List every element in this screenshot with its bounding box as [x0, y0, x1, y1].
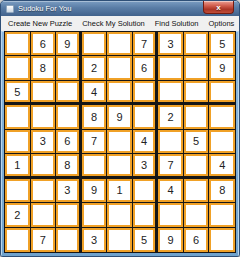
sudoku-empty-cell [7, 107, 28, 126]
sudoku-cell-r3c5[interactable] [107, 81, 133, 105]
sudoku-cell-r1c1[interactable] [5, 32, 31, 56]
menu-bar: Create New Puzzle Check My Solution Find… [1, 16, 239, 31]
sudoku-cell-r9c4[interactable]: 3 [82, 228, 108, 252]
menu-item-create-new-puzzle[interactable]: Create New Puzzle [3, 16, 77, 31]
app-icon [6, 5, 14, 13]
sudoku-given-digit: 5 [211, 34, 233, 53]
sudoku-cell-r7c2[interactable] [31, 179, 57, 203]
sudoku-cell-r4c6[interactable] [133, 105, 159, 129]
sudoku-cell-r2c3[interactable] [56, 56, 82, 80]
sudoku-given-digit: 9 [211, 58, 233, 77]
sudoku-empty-cell [186, 181, 207, 200]
sudoku-given-digit: 7 [160, 156, 181, 173]
sudoku-given-digit: 1 [7, 156, 28, 173]
sudoku-given-digit: 5 [7, 83, 28, 100]
sudoku-empty-cell [109, 230, 130, 250]
sudoku-empty-cell [109, 83, 130, 100]
sudoku-empty-cell [160, 132, 181, 151]
sudoku-cell-r4c1[interactable] [5, 105, 31, 129]
sudoku-cell-r2c5[interactable] [107, 56, 133, 80]
sudoku-empty-cell [7, 58, 28, 77]
sudoku-given-digit: 7 [84, 132, 105, 151]
sudoku-empty-cell [109, 58, 130, 77]
close-icon: x [216, 2, 220, 13]
sudoku-empty-cell [211, 230, 233, 250]
sudoku-cell-r8c4[interactable] [82, 203, 108, 227]
sudoku-empty-cell [211, 107, 233, 126]
sudoku-empty-cell [109, 34, 130, 53]
sudoku-cell-r3c7[interactable] [158, 81, 184, 105]
sudoku-cell-r4c8[interactable] [184, 105, 210, 129]
sudoku-given-digit: 7 [135, 34, 154, 53]
sudoku-given-digit: 4 [135, 132, 154, 151]
sudoku-cell-r8c7[interactable] [158, 203, 184, 227]
sudoku-cell-r1c5[interactable] [107, 32, 133, 56]
sudoku-empty-cell [7, 230, 28, 250]
sudoku-empty-cell [84, 156, 105, 173]
sudoku-given-digit: 2 [84, 58, 105, 77]
close-button[interactable]: x [203, 1, 234, 14]
sudoku-cell-r6c2[interactable] [31, 154, 57, 178]
sudoku-cell-r7c9[interactable]: 8 [209, 179, 235, 203]
sudoku-given-digit: 8 [58, 156, 77, 173]
sudoku-cell-r3c6[interactable] [133, 81, 159, 105]
menu-item-options[interactable]: Options [204, 16, 240, 31]
sudoku-given-digit: 8 [84, 107, 105, 126]
sudoku-given-digit: 2 [7, 205, 28, 224]
window-title: Sudoku For You [18, 1, 71, 16]
sudoku-cell-r5c4[interactable]: 7 [82, 130, 108, 154]
sudoku-given-digit: 1 [109, 181, 130, 200]
sudoku-empty-cell [186, 58, 207, 77]
sudoku-given-digit: 6 [58, 132, 77, 151]
sudoku-cell-r8c3[interactable] [56, 203, 82, 227]
sudoku-cell-r4c5[interactable]: 9 [107, 105, 133, 129]
sudoku-empty-cell [186, 107, 207, 126]
sudoku-cell-r2c8[interactable] [184, 56, 210, 80]
sudoku-cell-r6c4[interactable] [82, 154, 108, 178]
sudoku-empty-cell [33, 107, 54, 126]
sudoku-cell-r3c8[interactable] [184, 81, 210, 105]
sudoku-cell-r1c2[interactable]: 6 [31, 32, 57, 56]
app-window: Sudoku For You x Create New Puzzle Check… [0, 0, 240, 257]
sudoku-cell-r5c9[interactable] [209, 130, 235, 154]
sudoku-given-digit: 3 [160, 34, 181, 53]
sudoku-cell-r1c8[interactable] [184, 32, 210, 56]
sudoku-cell-r9c1[interactable] [5, 228, 31, 252]
sudoku-empty-cell [135, 107, 154, 126]
sudoku-given-digit: 9 [160, 230, 181, 250]
sudoku-empty-cell [7, 132, 28, 151]
sudoku-cell-r9c3[interactable] [56, 228, 82, 252]
sudoku-empty-cell [33, 205, 54, 224]
sudoku-given-digit: 7 [33, 230, 54, 250]
sudoku-cell-r6c7[interactable]: 7 [158, 154, 184, 178]
sudoku-cell-r3c2[interactable] [31, 81, 57, 105]
sudoku-empty-cell [58, 83, 77, 100]
sudoku-cell-r5c3[interactable]: 6 [56, 130, 82, 154]
sudoku-given-digit: 9 [58, 34, 77, 53]
sudoku-cell-r6c6[interactable]: 3 [133, 154, 159, 178]
sudoku-given-digit: 4 [211, 156, 233, 173]
sudoku-empty-cell [186, 156, 207, 173]
sudoku-empty-cell [7, 181, 28, 200]
sudoku-empty-cell [58, 230, 77, 250]
sudoku-given-digit: 3 [84, 230, 105, 250]
sudoku-empty-cell [33, 156, 54, 173]
sudoku-cell-r2c1[interactable] [5, 56, 31, 80]
sudoku-given-digit: 8 [33, 58, 54, 77]
sudoku-empty-cell [33, 83, 54, 100]
sudoku-cell-r8c8[interactable] [184, 203, 210, 227]
sudoku-cell-r9c7[interactable]: 9 [158, 228, 184, 252]
sudoku-board: 69735826954892367451837439148273596 [4, 31, 236, 253]
sudoku-cell-r5c2[interactable]: 3 [31, 130, 57, 154]
sudoku-empty-cell [109, 132, 130, 151]
sudoku-cell-r9c5[interactable] [107, 228, 133, 252]
sudoku-cell-r9c2[interactable]: 7 [31, 228, 57, 252]
sudoku-cell-r3c1[interactable]: 5 [5, 81, 31, 105]
sudoku-cell-r6c3[interactable]: 8 [56, 154, 82, 178]
sudoku-empty-cell [135, 205, 154, 224]
sudoku-given-digit: 6 [33, 34, 54, 53]
sudoku-empty-cell [186, 34, 207, 53]
sudoku-cell-r7c7[interactable]: 4 [158, 179, 184, 203]
sudoku-empty-cell [211, 83, 233, 100]
sudoku-cell-r5c5[interactable] [107, 130, 133, 154]
sudoku-cell-r2c7[interactable] [158, 56, 184, 80]
sudoku-cell-r1c3[interactable]: 9 [56, 32, 82, 56]
sudoku-cell-r6c5[interactable] [107, 154, 133, 178]
sudoku-given-digit: 9 [109, 107, 130, 126]
sudoku-cell-r8c5[interactable] [107, 203, 133, 227]
sudoku-given-digit: 3 [58, 181, 77, 200]
sudoku-empty-cell [160, 205, 181, 224]
sudoku-empty-cell [186, 205, 207, 224]
sudoku-cell-r7c4[interactable]: 9 [82, 179, 108, 203]
sudoku-cell-r9c8[interactable]: 6 [184, 228, 210, 252]
sudoku-cell-r3c4[interactable]: 4 [82, 81, 108, 105]
title-bar[interactable]: Sudoku For You x [1, 1, 239, 16]
sudoku-cell-r3c3[interactable] [56, 81, 82, 105]
sudoku-empty-cell [58, 107, 77, 126]
sudoku-cell-r5c7[interactable] [158, 130, 184, 154]
sudoku-given-digit: 6 [186, 230, 207, 250]
sudoku-cell-r2c4[interactable]: 2 [82, 56, 108, 80]
sudoku-cell-r6c9[interactable]: 4 [209, 154, 235, 178]
sudoku-cell-r7c1[interactable] [5, 179, 31, 203]
sudoku-cell-r3c9[interactable] [209, 81, 235, 105]
window-frame: 69735826954892367451837439148273596 [1, 31, 239, 257]
sudoku-given-digit: 6 [135, 58, 154, 77]
sudoku-empty-cell [160, 58, 181, 77]
sudoku-given-digit: 2 [160, 107, 181, 126]
sudoku-empty-cell [58, 58, 77, 77]
sudoku-empty-cell [7, 34, 28, 53]
sudoku-empty-cell [109, 205, 130, 224]
sudoku-cell-r9c9[interactable] [209, 228, 235, 252]
sudoku-empty-cell [33, 181, 54, 200]
sudoku-cell-r8c6[interactable] [133, 203, 159, 227]
sudoku-cell-r5c6[interactable]: 4 [133, 130, 159, 154]
sudoku-cell-r4c4[interactable]: 8 [82, 105, 108, 129]
sudoku-cell-r4c2[interactable] [31, 105, 57, 129]
sudoku-empty-cell [186, 83, 207, 100]
sudoku-empty-cell [84, 34, 105, 53]
sudoku-given-digit: 4 [160, 181, 181, 200]
sudoku-cell-r8c2[interactable] [31, 203, 57, 227]
sudoku-empty-cell [135, 181, 154, 200]
sudoku-cell-r9c6[interactable]: 5 [133, 228, 159, 252]
sudoku-cell-r7c6[interactable] [133, 179, 159, 203]
sudoku-cell-r6c8[interactable] [184, 154, 210, 178]
sudoku-cell-r1c7[interactable]: 3 [158, 32, 184, 56]
menu-item-find-solution[interactable]: Find Solution [150, 16, 204, 31]
sudoku-empty-cell [84, 205, 105, 224]
sudoku-given-digit: 3 [135, 156, 154, 173]
sudoku-empty-cell [160, 83, 181, 100]
sudoku-cell-r2c2[interactable]: 8 [31, 56, 57, 80]
sudoku-cell-r4c7[interactable]: 2 [158, 105, 184, 129]
sudoku-cell-r4c3[interactable] [56, 105, 82, 129]
sudoku-given-digit: 4 [84, 83, 105, 100]
sudoku-empty-cell [135, 83, 154, 100]
sudoku-empty-cell [211, 205, 233, 224]
sudoku-cell-r8c9[interactable] [209, 203, 235, 227]
sudoku-cell-r5c8[interactable]: 5 [184, 130, 210, 154]
sudoku-cell-r8c1[interactable]: 2 [5, 203, 31, 227]
sudoku-given-digit: 5 [186, 132, 207, 151]
sudoku-cell-r4c9[interactable] [209, 105, 235, 129]
sudoku-cell-r1c4[interactable] [82, 32, 108, 56]
sudoku-cell-r1c6[interactable]: 7 [133, 32, 159, 56]
sudoku-cell-r6c1[interactable]: 1 [5, 154, 31, 178]
menu-item-check-my-solution[interactable]: Check My Solution [77, 16, 150, 31]
sudoku-empty-cell [109, 156, 130, 173]
sudoku-given-digit: 3 [33, 132, 54, 151]
sudoku-cell-r7c3[interactable]: 3 [56, 179, 82, 203]
sudoku-cell-r7c5[interactable]: 1 [107, 179, 133, 203]
sudoku-cell-r2c6[interactable]: 6 [133, 56, 159, 80]
sudoku-cell-r2c9[interactable]: 9 [209, 56, 235, 80]
sudoku-given-digit: 9 [84, 181, 105, 200]
sudoku-empty-cell [58, 205, 77, 224]
sudoku-cell-r5c1[interactable] [5, 130, 31, 154]
sudoku-given-digit: 5 [135, 230, 154, 250]
sudoku-empty-cell [211, 132, 233, 151]
sudoku-given-digit: 8 [211, 181, 233, 200]
sudoku-cell-r1c9[interactable]: 5 [209, 32, 235, 56]
sudoku-cell-r7c8[interactable] [184, 179, 210, 203]
